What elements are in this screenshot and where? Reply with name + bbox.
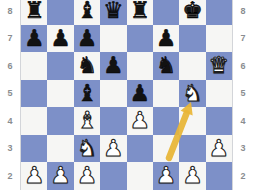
black-knight-f6[interactable]: ♞: [156, 52, 177, 79]
square-c8[interactable]: ♝: [74, 0, 100, 25]
square-e4[interactable]: ♟: [127, 107, 153, 135]
chess-board[interactable]: ♜♝♛♜♚♟♟♟♟♞♟♞♛♝♟♞♝♟♞♟♟♟♟♟♟♟: [20, 0, 233, 190]
square-d2[interactable]: [100, 162, 126, 190]
white-pawn-b2[interactable]: ♟: [50, 162, 71, 189]
square-f7[interactable]: ♟: [153, 25, 179, 53]
black-bishop-c5[interactable]: ♝: [77, 80, 98, 107]
rank-label-4-left: 4: [0, 107, 20, 135]
square-f1[interactable]: [153, 190, 179, 191]
black-pawn-c7[interactable]: ♟: [77, 25, 98, 52]
rank-label-7-right: 7: [233, 25, 253, 53]
square-b8[interactable]: [47, 0, 73, 25]
square-g7[interactable]: [179, 25, 205, 53]
black-knight-c6[interactable]: ♞: [77, 52, 98, 79]
square-e8[interactable]: ♜: [127, 0, 153, 25]
square-c7[interactable]: ♟: [74, 25, 100, 53]
square-c4[interactable]: ♝: [74, 107, 100, 135]
square-b5[interactable]: [47, 80, 73, 108]
black-rook-a8[interactable]: ♜: [24, 0, 45, 24]
square-f4[interactable]: [153, 107, 179, 135]
black-king-g8[interactable]: ♚: [182, 0, 203, 24]
white-bishop-c4[interactable]: ♝: [77, 107, 98, 134]
square-d6[interactable]: ♟: [100, 52, 126, 80]
square-d3[interactable]: ♟: [100, 135, 126, 163]
black-pawn-a7[interactable]: ♟: [24, 25, 45, 52]
square-h1[interactable]: [206, 190, 232, 191]
square-g8[interactable]: ♚: [179, 0, 205, 25]
square-g3[interactable]: [179, 135, 205, 163]
square-b7[interactable]: ♟: [47, 25, 73, 53]
square-f8[interactable]: [153, 0, 179, 25]
square-a6[interactable]: [21, 52, 47, 80]
square-a5[interactable]: [21, 80, 47, 108]
white-knight-c3[interactable]: ♞: [77, 135, 98, 162]
square-g4[interactable]: [179, 107, 205, 135]
square-a1[interactable]: [21, 190, 47, 191]
square-e5[interactable]: ♟: [127, 80, 153, 108]
square-a2[interactable]: ♟: [21, 162, 47, 190]
rank-label-4-right: 4: [233, 107, 253, 135]
chessboard-viewport: 8765432 ♜♝♛♜♚♟♟♟♟♞♟♞♛♝♟♞♝♟♞♟♟♟♟♟♟♟ 87654…: [0, 0, 253, 190]
square-d4[interactable]: [100, 107, 126, 135]
black-pawn-e5[interactable]: ♟: [129, 80, 150, 107]
square-h2[interactable]: [206, 162, 232, 190]
square-h4[interactable]: [206, 107, 232, 135]
square-e3[interactable]: [127, 135, 153, 163]
black-queen-d8[interactable]: ♛: [103, 0, 124, 24]
rank-label-3-left: 3: [0, 135, 20, 163]
white-pawn-a2[interactable]: ♟: [24, 162, 45, 189]
square-b4[interactable]: [47, 107, 73, 135]
square-d7[interactable]: [100, 25, 126, 53]
square-c6[interactable]: ♞: [74, 52, 100, 80]
square-h3[interactable]: ♟: [206, 135, 232, 163]
rank-label-5-left: 5: [0, 80, 20, 108]
square-h5[interactable]: [206, 80, 232, 108]
square-f3[interactable]: [153, 135, 179, 163]
square-d1[interactable]: [100, 190, 126, 191]
square-f6[interactable]: ♞: [153, 52, 179, 80]
square-e6[interactable]: [127, 52, 153, 80]
square-g1[interactable]: [179, 190, 205, 191]
white-knight-g5[interactable]: ♞: [182, 80, 203, 107]
black-rook-e8[interactable]: ♜: [129, 0, 150, 24]
rank-label-8-left: 8: [0, 0, 20, 25]
square-b1[interactable]: [47, 190, 73, 191]
rank-label-8-right: 8: [233, 0, 253, 25]
square-g5[interactable]: ♞: [179, 80, 205, 108]
white-queen-h6[interactable]: ♛: [209, 52, 230, 79]
square-a4[interactable]: [21, 107, 47, 135]
square-c5[interactable]: ♝: [74, 80, 100, 108]
rank-label-2-right: 2: [233, 162, 253, 190]
square-f2[interactable]: ♟: [153, 162, 179, 190]
square-c3[interactable]: ♞: [74, 135, 100, 163]
square-h6[interactable]: ♛: [206, 52, 232, 80]
square-e7[interactable]: [127, 25, 153, 53]
square-c1[interactable]: [74, 190, 100, 191]
square-g6[interactable]: [179, 52, 205, 80]
square-g2[interactable]: ♟: [179, 162, 205, 190]
rank-label-7-left: 7: [0, 25, 20, 53]
square-e2[interactable]: [127, 162, 153, 190]
white-pawn-e4[interactable]: ♟: [129, 107, 150, 134]
white-pawn-d3[interactable]: ♟: [103, 135, 124, 162]
square-f5[interactable]: [153, 80, 179, 108]
square-e1[interactable]: [127, 190, 153, 191]
rank-label-2-left: 2: [0, 162, 20, 190]
white-pawn-f2[interactable]: ♟: [156, 162, 177, 189]
rank-label-6-left: 6: [0, 52, 20, 80]
black-pawn-b7[interactable]: ♟: [50, 25, 71, 52]
rank-label-6-right: 6: [233, 52, 253, 80]
black-pawn-d6[interactable]: ♟: [103, 52, 124, 79]
rank-labels-right: 8765432: [233, 0, 253, 190]
square-a3[interactable]: [21, 135, 47, 163]
square-h8[interactable]: [206, 0, 232, 25]
rank-label-5-right: 5: [233, 80, 253, 108]
square-d8[interactable]: ♛: [100, 0, 126, 25]
black-pawn-f7[interactable]: ♟: [156, 25, 177, 52]
square-h7[interactable]: [206, 25, 232, 53]
square-b6[interactable]: [47, 52, 73, 80]
white-pawn-c2[interactable]: ♟: [77, 162, 98, 189]
rank-labels-left: 8765432: [0, 0, 20, 190]
square-a8[interactable]: ♜: [21, 0, 47, 25]
rank-label-3-right: 3: [233, 135, 253, 163]
square-c2[interactable]: ♟: [74, 162, 100, 190]
black-bishop-c8[interactable]: ♝: [77, 0, 98, 24]
square-b2[interactable]: ♟: [47, 162, 73, 190]
square-d5[interactable]: [100, 80, 126, 108]
square-a7[interactable]: ♟: [21, 25, 47, 53]
white-pawn-h3[interactable]: ♟: [209, 135, 230, 162]
square-b3[interactable]: [47, 135, 73, 163]
white-pawn-g2[interactable]: ♟: [182, 162, 203, 189]
